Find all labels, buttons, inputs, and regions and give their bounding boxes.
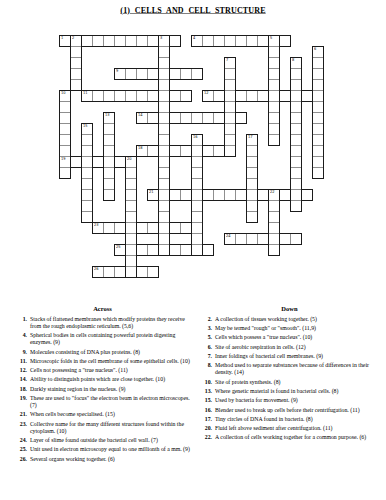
clue-text: Layer of slime found outside the bacteri… (30, 437, 190, 444)
clue-text: Cells which possess a "true nucleus". (1… (215, 334, 379, 341)
clue-text: Site of aerobic respiration in cells. (1… (215, 343, 379, 350)
cell-number-22: 22 (270, 190, 275, 194)
clue-number: 20. (200, 425, 212, 432)
clue-down-22: 22.A collection of cells working togethe… (200, 434, 379, 441)
across-clue-column: Across 1.Stacks of flattened membranes w… (0, 305, 196, 465)
clue-number: 19. (15, 395, 27, 409)
down-6-word (312, 46, 324, 179)
cell-number-3: 3 (160, 36, 162, 40)
clue-text: Microscopic folds in the cell membrane o… (30, 358, 190, 365)
clue-number: 25. (15, 446, 27, 453)
clue-number: 10. (200, 378, 212, 385)
down-15-word (81, 123, 93, 223)
cell-number-14: 14 (138, 113, 143, 117)
cell-number-25: 25 (116, 245, 121, 249)
clue-number: 15. (200, 397, 212, 404)
clue-number: 13. (200, 388, 212, 395)
across-12-word (202, 90, 324, 102)
clue-text: Site of protein synthesis. (8) (215, 378, 379, 385)
down-3-word (158, 35, 170, 256)
clue-number: 3. (200, 325, 212, 332)
down-2-word (70, 35, 82, 91)
clue-number: 11. (15, 358, 27, 365)
clue-number: 21. (15, 411, 27, 418)
crossword-grid: 1491112141819212324252623567810131516172… (59, 35, 324, 278)
clue-number: 24. (15, 437, 27, 444)
across-21-word (147, 189, 313, 201)
across-18-word (136, 145, 236, 157)
clue-across-24: 24.Layer of slime found outside the bact… (15, 437, 190, 444)
clue-down-5: 5.Cells which possess a "true nucleus". … (200, 334, 379, 341)
clue-number: 7. (200, 353, 212, 360)
down-8-word (290, 57, 302, 212)
clue-number: 6. (200, 343, 212, 350)
cell-number-24: 24 (226, 234, 231, 238)
clue-text: Cells not possessing a "true nucleus". (… (30, 367, 190, 374)
across-23-word (92, 222, 203, 234)
cell-number-6: 6 (314, 47, 316, 51)
clue-number: 5. (200, 334, 212, 341)
clue-text: Several organs working together. (6) (30, 455, 190, 462)
down-clue-list: 2.A collection of tissues working togeth… (200, 316, 379, 442)
clue-number: 26. (15, 455, 27, 462)
clue-text: Fluid left above sediment after centrifu… (215, 425, 379, 432)
across-11-word (81, 90, 192, 102)
cell-number-11: 11 (83, 91, 88, 95)
clue-across-21: 21.When cells become specialised. (15) (15, 411, 190, 418)
clue-text: Molecules consisting of DNA plus protein… (30, 348, 190, 355)
clue-text: Tiny circles of DNA found in bacteria. (… (215, 416, 379, 423)
clue-text: When cells become specialised. (15) (30, 411, 190, 418)
cell-number-8: 8 (292, 58, 294, 62)
cell-number-4: 4 (193, 36, 195, 40)
clue-across-14: 14.Ability to distinguish points which a… (15, 376, 190, 383)
clue-down-2: 2.A collection of tissues working togeth… (200, 316, 379, 323)
cell-number-7: 7 (226, 58, 228, 62)
clue-across-1: 1.Stacks of flattened membranes which mo… (15, 316, 190, 330)
clue-number: 22. (200, 434, 212, 441)
clue-text: Darkly staining region in the nucleus. (… (30, 385, 190, 392)
clue-down-10: 10.Site of protein synthesis. (8) (200, 378, 379, 385)
cell-number-13: 13 (105, 113, 110, 117)
cell-number-9: 9 (116, 69, 118, 73)
down-20-word (125, 156, 137, 278)
clue-across-11: 11.Microscopic folds in the cell membran… (15, 358, 190, 365)
clue-across-18: 18.Darkly staining region in the nucleus… (15, 385, 190, 392)
clue-section: Across 1.Stacks of flattened membranes w… (0, 305, 386, 465)
clue-text: Where genetic material is found in bacte… (215, 388, 379, 395)
clue-number: 16. (200, 406, 212, 413)
across-clue-list: 1.Stacks of flattened membranes which mo… (15, 316, 190, 463)
worksheet-page: { "title": "(1) CELLS AND CELL STRUCTURE… (0, 0, 386, 500)
down-17-word (246, 134, 258, 223)
clue-text: Collective name for the many different s… (30, 420, 190, 434)
clue-number: 23. (15, 420, 27, 434)
cell-number-15: 15 (83, 124, 88, 128)
clue-down-17: 17.Tiny circles of DNA found in bacteria… (200, 416, 379, 423)
cell-number-19: 19 (61, 157, 66, 161)
page-title: (1) CELLS AND CELL STRUCTURE (0, 6, 386, 15)
clue-down-15: 15.Used by bacteria for movement. (9) (200, 397, 379, 404)
clue-across-25: 25.Unit used in electron microscopy equa… (15, 446, 190, 453)
clue-number: 1. (15, 316, 27, 330)
clue-down-8: 8.Method used to separate substances bec… (200, 362, 379, 376)
cell-number-21: 21 (149, 190, 154, 194)
clue-number: 18. (15, 385, 27, 392)
clue-text: A collection of tissues working together… (215, 316, 379, 323)
clue-down-6: 6.Site of aerobic respiration in cells. … (200, 343, 379, 350)
cell-number-18: 18 (138, 146, 143, 150)
clue-text: May be termed "rough" or "smooth". (11,9… (215, 325, 379, 332)
cell-number-23: 23 (94, 223, 99, 227)
cell-number-1: 1 (61, 36, 63, 40)
down-7-word (224, 57, 236, 157)
clue-across-23: 23.Collective name for the many differen… (15, 420, 190, 434)
clue-down-13: 13.Where genetic material is found in ba… (200, 388, 379, 395)
down-10-word (59, 90, 71, 179)
cell-number-5: 5 (270, 36, 272, 40)
clue-text: Blender used to break up cells before th… (215, 406, 379, 413)
clue-across-12: 12.Cells not possessing a "true nucleus"… (15, 367, 190, 374)
clue-down-16: 16.Blender used to break up cells before… (200, 406, 379, 413)
page-title-text: (1) CELLS AND CELL STRUCTURE (120, 6, 265, 15)
down-16-word (191, 134, 203, 256)
clue-text: Inner foldings of bacterial cell membran… (215, 353, 379, 360)
clue-number: 9. (15, 348, 27, 355)
clue-number: 14. (15, 376, 27, 383)
down-heading: Down (200, 305, 379, 313)
clue-text: Stacks of flattened membranes which modi… (30, 316, 190, 330)
clue-text: Unit used in electron microscopy equal t… (30, 446, 190, 453)
clue-text: Ability to distinguish points which are … (30, 376, 190, 383)
cell-number-16: 16 (193, 135, 198, 139)
down-13-word (103, 112, 115, 201)
across-heading: Across (15, 305, 190, 313)
clue-text: These are used to "focus" the electron b… (30, 395, 190, 409)
down-22-word (268, 189, 280, 256)
clue-number: 12. (15, 367, 27, 374)
clue-across-4: 4.Spherical bodies in cells containing p… (15, 332, 190, 346)
cell-number-17: 17 (248, 135, 253, 139)
down-5-word (268, 35, 280, 146)
clue-number: 2. (200, 316, 212, 323)
cell-number-12: 12 (204, 91, 209, 95)
across-24-word (224, 233, 302, 245)
clue-across-26: 26.Several organs working together. (6) (15, 455, 190, 462)
clue-text: Used by bacteria for movement. (9) (215, 397, 379, 404)
clue-text: Spherical bodies in cells containing pow… (30, 332, 190, 346)
cell-number-2: 2 (72, 36, 74, 40)
clue-down-7: 7.Inner foldings of bacterial cell membr… (200, 353, 379, 360)
clue-number: 17. (200, 416, 212, 423)
cell-number-26: 26 (94, 267, 99, 271)
clue-down-3: 3.May be termed "rough" or "smooth". (11… (200, 325, 379, 332)
down-clue-column: Down 2.A collection of tissues working t… (196, 305, 386, 443)
clue-text: A collection of cells working together f… (215, 434, 379, 441)
clue-number: 4. (15, 332, 27, 346)
clue-text: Method used to separate substances becau… (215, 362, 379, 376)
clue-down-20: 20.Fluid left above sediment after centr… (200, 425, 379, 432)
clue-number: 8. (200, 362, 212, 376)
clue-across-9: 9.Molecules consisting of DNA plus prote… (15, 348, 190, 355)
cell-number-20: 20 (127, 157, 132, 161)
cell-number-10: 10 (61, 91, 66, 95)
clue-across-19: 19.These are used to "focus" the electro… (15, 395, 190, 409)
